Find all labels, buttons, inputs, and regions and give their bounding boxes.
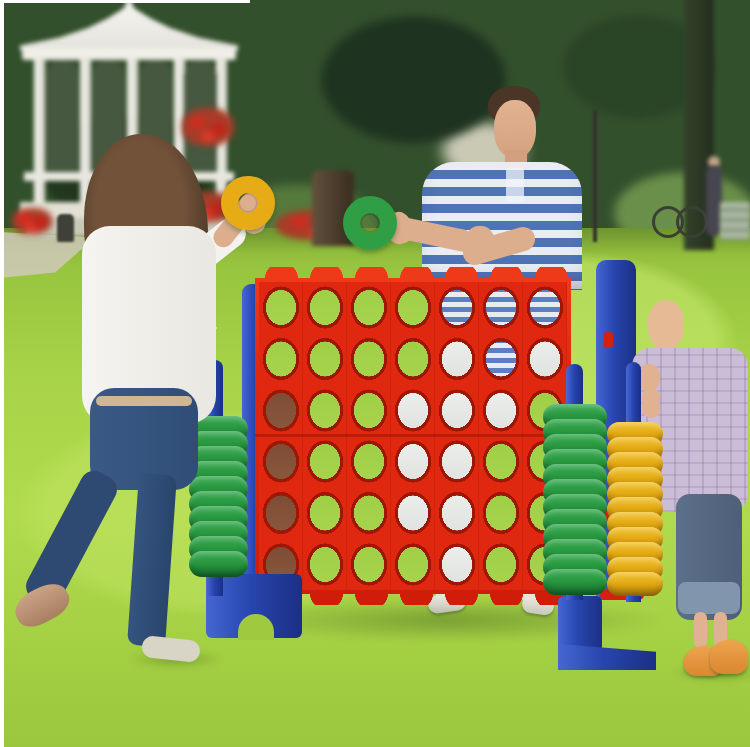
board-cell-r5c6: [479, 487, 523, 538]
man-shirt-placket: [506, 168, 524, 202]
board-cell-r3c3: [347, 385, 391, 436]
board-cell-r2c6: [479, 333, 523, 384]
board-cell-r2c3: [347, 333, 391, 384]
held-yellow-ring: [221, 176, 275, 230]
held-green-ring: [343, 196, 397, 250]
board-cell-r3c4: [391, 385, 435, 436]
green-ring: [543, 569, 607, 595]
girl-shoe: [710, 640, 748, 674]
board-cell-r5c3: [347, 487, 391, 538]
board-cell-r6c6: [479, 539, 523, 590]
board-cell-r5c1: [259, 487, 303, 538]
woman-belt: [96, 396, 192, 406]
board-cell-r2c5: [435, 333, 479, 384]
park-photo-scene: [0, 0, 750, 747]
board-cell-r2c1: [259, 333, 303, 384]
girl-jeans-cuff: [678, 582, 740, 614]
board-cell-r6c3: [347, 539, 391, 590]
board-cell-r5c2: [303, 487, 347, 538]
photo-top-margin: [0, 0, 250, 3]
board-right-foot: [558, 596, 602, 652]
girl-ankle: [694, 612, 707, 648]
board-cell-r1c1: [259, 282, 303, 333]
green-ring: [189, 551, 248, 577]
board-cell-r3c6: [479, 385, 523, 436]
board-cell-r1c7: [523, 282, 567, 333]
girl-forearm: [642, 388, 660, 418]
trash-bin: [57, 214, 74, 242]
board-cell-r6c5: [435, 539, 479, 590]
flower-bed: [12, 208, 52, 234]
release-slider: [604, 332, 613, 348]
board-cell-r3c1: [259, 385, 303, 436]
board-cell-r4c3: [347, 436, 391, 487]
board-cell-r2c7: [523, 333, 567, 384]
panel-seam: [255, 434, 571, 437]
board-cell-r4c2: [303, 436, 347, 487]
man-hand: [466, 226, 494, 256]
park-bench: [720, 202, 750, 240]
board-cell-r1c5: [435, 282, 479, 333]
right-green-ring-stack: [543, 404, 607, 595]
photo-left-margin: [0, 0, 4, 747]
board-cell-r4c6: [479, 436, 523, 487]
board-cell-r1c6: [479, 282, 523, 333]
board-cell-r1c3: [347, 282, 391, 333]
lamp-post: [593, 110, 597, 242]
girl-face: [648, 300, 684, 350]
board-cell-r3c2: [303, 385, 347, 436]
board-cell-r1c2: [303, 282, 347, 333]
bicycle-wheel: [676, 206, 708, 238]
flower-bed: [182, 108, 234, 146]
board-cell-r1c4: [391, 282, 435, 333]
girl-hand: [638, 364, 660, 391]
yellow-ring: [607, 572, 663, 596]
board-cell-r4c1: [259, 436, 303, 487]
board-cell-r5c4: [391, 487, 435, 538]
right-yellow-ring-stack: [607, 422, 663, 596]
gazebo-column: [34, 58, 45, 204]
board-cell-r4c4: [391, 436, 435, 487]
board-cell-r3c5: [435, 385, 479, 436]
board-cell-r6c2: [303, 539, 347, 590]
board-cell-r5c5: [435, 487, 479, 538]
panel-bottom-scallops: [255, 593, 571, 605]
gazebo-arch: [46, 60, 79, 172]
board-cell-r2c2: [303, 333, 347, 384]
board-cell-r6c4: [391, 539, 435, 590]
board-cell-r4c5: [435, 436, 479, 487]
board-cell-r2c4: [391, 333, 435, 384]
